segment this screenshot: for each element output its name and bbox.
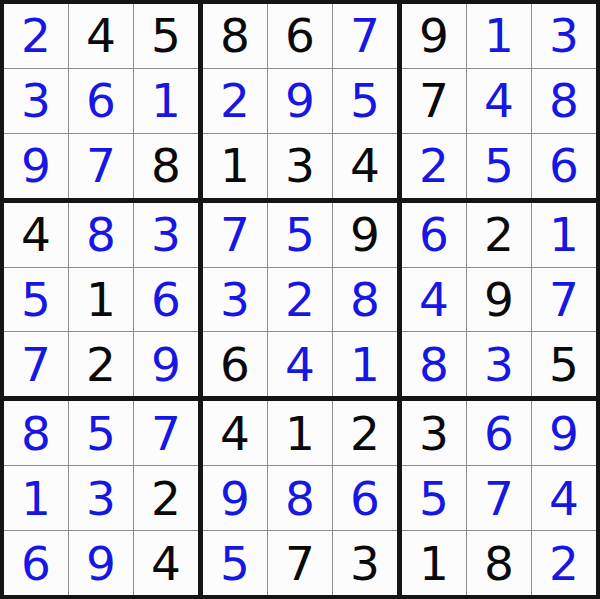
sudoku-cell-r6c4[interactable]: 6 — [203, 332, 267, 396]
sudoku-cell-r5c4[interactable]: 3 — [203, 268, 267, 332]
sudoku-cell-r8c4[interactable]: 9 — [203, 466, 267, 530]
sudoku-cell-r5c9[interactable]: 7 — [532, 268, 596, 332]
sudoku-cell-r9c6[interactable]: 3 — [333, 531, 397, 595]
sudoku-cell-r2c5[interactable]: 9 — [268, 69, 332, 133]
sudoku-cell-r2c6[interactable]: 5 — [333, 69, 397, 133]
sudoku-cell-r2c9[interactable]: 8 — [532, 69, 596, 133]
sudoku-cell-r9c5[interactable]: 7 — [268, 531, 332, 595]
sudoku-box-r1c2: 867295134 — [203, 4, 397, 198]
sudoku-cell-r6c5[interactable]: 4 — [268, 332, 332, 396]
sudoku-cell-r5c2[interactable]: 1 — [69, 268, 133, 332]
sudoku-cell-r2c7[interactable]: 7 — [402, 69, 466, 133]
sudoku-cell-r8c8[interactable]: 7 — [467, 466, 531, 530]
sudoku-cell-r8c7[interactable]: 5 — [402, 466, 466, 530]
sudoku-cell-r7c2[interactable]: 5 — [69, 401, 133, 465]
sudoku-cell-r3c4[interactable]: 1 — [203, 134, 267, 198]
sudoku-box-r2c3: 621497835 — [402, 203, 596, 397]
sudoku-cell-r7c9[interactable]: 9 — [532, 401, 596, 465]
sudoku-cell-r1c6[interactable]: 7 — [333, 4, 397, 68]
sudoku-cell-r1c8[interactable]: 1 — [467, 4, 531, 68]
sudoku-cell-r8c5[interactable]: 8 — [268, 466, 332, 530]
sudoku-cell-r4c4[interactable]: 7 — [203, 203, 267, 267]
sudoku-cell-r5c8[interactable]: 9 — [467, 268, 531, 332]
sudoku-cell-r6c2[interactable]: 2 — [69, 332, 133, 396]
sudoku-cell-r1c1[interactable]: 2 — [4, 4, 68, 68]
sudoku-cell-r2c2[interactable]: 6 — [69, 69, 133, 133]
sudoku-cell-r4c1[interactable]: 4 — [4, 203, 68, 267]
sudoku-cell-r4c5[interactable]: 5 — [268, 203, 332, 267]
sudoku-cell-r5c3[interactable]: 6 — [134, 268, 198, 332]
sudoku-cell-r9c1[interactable]: 6 — [4, 531, 68, 595]
sudoku-cell-r8c9[interactable]: 4 — [532, 466, 596, 530]
sudoku-cell-r2c1[interactable]: 3 — [4, 69, 68, 133]
sudoku-box-r3c1: 857132694 — [4, 401, 198, 595]
sudoku-cell-r2c3[interactable]: 1 — [134, 69, 198, 133]
sudoku-cell-r1c5[interactable]: 6 — [268, 4, 332, 68]
sudoku-cell-r5c1[interactable]: 5 — [4, 268, 68, 332]
sudoku-box-r2c2: 759328641 — [203, 203, 397, 397]
sudoku-cell-r3c3[interactable]: 8 — [134, 134, 198, 198]
sudoku-cell-r9c2[interactable]: 9 — [69, 531, 133, 595]
sudoku-cell-r3c7[interactable]: 2 — [402, 134, 466, 198]
sudoku-cell-r7c1[interactable]: 8 — [4, 401, 68, 465]
sudoku-cell-r1c7[interactable]: 9 — [402, 4, 466, 68]
sudoku-cell-r8c6[interactable]: 6 — [333, 466, 397, 530]
sudoku-box-r3c3: 369574182 — [402, 401, 596, 595]
sudoku-cell-r7c5[interactable]: 1 — [268, 401, 332, 465]
sudoku-cell-r7c6[interactable]: 2 — [333, 401, 397, 465]
sudoku-cell-r3c5[interactable]: 3 — [268, 134, 332, 198]
sudoku-cell-r8c1[interactable]: 1 — [4, 466, 68, 530]
sudoku-cell-r8c3[interactable]: 2 — [134, 466, 198, 530]
sudoku-box-r1c1: 245361978 — [4, 4, 198, 198]
sudoku-cell-r6c1[interactable]: 7 — [4, 332, 68, 396]
sudoku-board: 2453619788672951349137482564835167297593… — [0, 0, 600, 599]
sudoku-cell-r4c3[interactable]: 3 — [134, 203, 198, 267]
sudoku-cell-r7c4[interactable]: 4 — [203, 401, 267, 465]
sudoku-cell-r9c9[interactable]: 2 — [532, 531, 596, 595]
sudoku-cell-r4c6[interactable]: 9 — [333, 203, 397, 267]
sudoku-cell-r2c8[interactable]: 4 — [467, 69, 531, 133]
sudoku-cell-r5c5[interactable]: 2 — [268, 268, 332, 332]
sudoku-cell-r4c8[interactable]: 2 — [467, 203, 531, 267]
sudoku-cell-r3c6[interactable]: 4 — [333, 134, 397, 198]
sudoku-cell-r9c3[interactable]: 4 — [134, 531, 198, 595]
sudoku-cell-r4c2[interactable]: 8 — [69, 203, 133, 267]
sudoku-cell-r3c8[interactable]: 5 — [467, 134, 531, 198]
sudoku-cell-r1c2[interactable]: 4 — [69, 4, 133, 68]
sudoku-cell-r3c1[interactable]: 9 — [4, 134, 68, 198]
sudoku-cell-r1c9[interactable]: 3 — [532, 4, 596, 68]
sudoku-cell-r6c8[interactable]: 3 — [467, 332, 531, 396]
sudoku-cell-r9c7[interactable]: 1 — [402, 531, 466, 595]
sudoku-cell-r5c7[interactable]: 4 — [402, 268, 466, 332]
sudoku-cell-r9c4[interactable]: 5 — [203, 531, 267, 595]
sudoku-cell-r8c2[interactable]: 3 — [69, 466, 133, 530]
sudoku-box-r1c3: 913748256 — [402, 4, 596, 198]
sudoku-cell-r6c6[interactable]: 1 — [333, 332, 397, 396]
sudoku-cell-r4c9[interactable]: 1 — [532, 203, 596, 267]
sudoku-cell-r6c9[interactable]: 5 — [532, 332, 596, 396]
sudoku-cell-r5c6[interactable]: 8 — [333, 268, 397, 332]
sudoku-cell-r1c3[interactable]: 5 — [134, 4, 198, 68]
sudoku-box-r2c1: 483516729 — [4, 203, 198, 397]
sudoku-cell-r2c4[interactable]: 2 — [203, 69, 267, 133]
sudoku-cell-r9c8[interactable]: 8 — [467, 531, 531, 595]
sudoku-cell-r6c3[interactable]: 9 — [134, 332, 198, 396]
sudoku-cell-r3c9[interactable]: 6 — [532, 134, 596, 198]
sudoku-cell-r3c2[interactable]: 7 — [69, 134, 133, 198]
sudoku-cell-r7c8[interactable]: 6 — [467, 401, 531, 465]
sudoku-cell-r7c3[interactable]: 7 — [134, 401, 198, 465]
sudoku-cell-r4c7[interactable]: 6 — [402, 203, 466, 267]
sudoku-cell-r1c4[interactable]: 8 — [203, 4, 267, 68]
sudoku-cell-r6c7[interactable]: 8 — [402, 332, 466, 396]
sudoku-cell-r7c7[interactable]: 3 — [402, 401, 466, 465]
sudoku-box-r3c2: 412986573 — [203, 401, 397, 595]
